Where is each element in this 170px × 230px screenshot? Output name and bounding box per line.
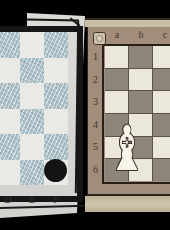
square-D2 — [0, 58, 20, 84]
square-b1[interactable] — [129, 46, 152, 68]
square-c1[interactable] — [153, 46, 170, 68]
white-bishop-piece[interactable]: ♝ — [106, 111, 126, 181]
rank-label-5: 5 — [89, 141, 102, 152]
square-E4 — [20, 109, 44, 135]
square-E6 — [20, 160, 44, 186]
square-D1 — [0, 32, 20, 58]
square-a3[interactable] — [105, 91, 128, 113]
wood-frame-bottom-strip — [85, 196, 170, 212]
square-c2[interactable] — [153, 69, 170, 91]
square-D3 — [0, 83, 20, 109]
file-label-b: b — [131, 29, 151, 40]
square-b3[interactable] — [129, 91, 152, 113]
square-E5 — [20, 134, 44, 160]
square-b2[interactable] — [129, 69, 152, 91]
rank-label-3: 3 — [89, 96, 102, 107]
sketch-file-label-F: F — [47, 194, 65, 205]
square-E2 — [20, 58, 44, 84]
square-F5 — [44, 134, 68, 160]
square-D4 — [0, 109, 20, 135]
square-D5 — [0, 134, 20, 160]
rank-label-2: 2 — [89, 74, 102, 85]
square-c5[interactable] — [153, 137, 170, 159]
file-label-c: c — [155, 29, 170, 40]
square-E3 — [20, 83, 44, 109]
corner-ring-button[interactable] — [93, 32, 106, 45]
square-D6 — [0, 160, 20, 186]
ring-icon — [96, 35, 103, 42]
square-a2[interactable] — [105, 69, 128, 91]
file-label-a: a — [107, 29, 127, 40]
sketch-file-label-E: E — [23, 194, 41, 205]
rank-label-6: 6 — [89, 164, 102, 175]
chess-puzzle-scene: ♝ DEFabc123456 — [0, 0, 170, 230]
square-F4 — [44, 109, 68, 135]
square-F2 — [44, 58, 68, 84]
square-c4[interactable] — [153, 114, 170, 136]
sketch-file-label-D: D — [0, 194, 17, 205]
rank-label-1: 1 — [89, 51, 102, 62]
square-c3[interactable] — [153, 91, 170, 113]
square-F3 — [44, 83, 68, 109]
square-F1 — [44, 32, 68, 58]
wood-frame-top-strip — [85, 20, 170, 28]
square-c6[interactable] — [153, 159, 170, 181]
rank-label-4: 4 — [89, 119, 102, 130]
square-E1 — [20, 32, 44, 58]
square-a1[interactable] — [105, 46, 128, 68]
